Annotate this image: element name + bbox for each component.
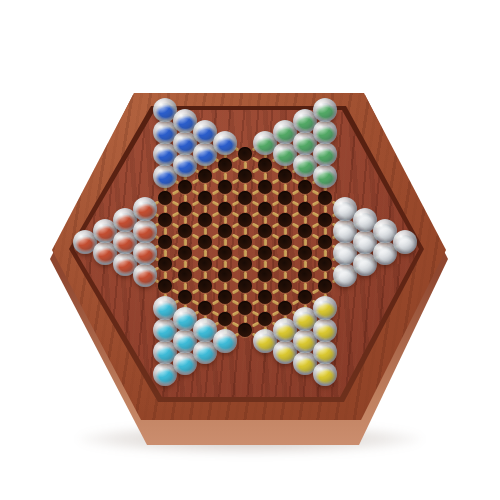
- marble-red[interactable]: [133, 197, 157, 221]
- marble-green[interactable]: [313, 142, 337, 166]
- marble-red[interactable]: [133, 219, 157, 243]
- marble-green[interactable]: [313, 164, 337, 188]
- marble-layer: [0, 0, 500, 500]
- marble-green[interactable]: [313, 98, 337, 122]
- marble-yellow[interactable]: [313, 318, 337, 342]
- marble-yellow[interactable]: [313, 296, 337, 320]
- marble-yellow[interactable]: [313, 340, 337, 364]
- marble-green[interactable]: [313, 120, 337, 144]
- marble-yellow[interactable]: [313, 362, 337, 386]
- marble-blue[interactable]: [213, 131, 237, 155]
- marble-white[interactable]: [393, 230, 417, 254]
- marble-cyan[interactable]: [213, 329, 237, 353]
- product-photo-stage: [0, 0, 500, 500]
- marble-red[interactable]: [133, 241, 157, 265]
- marble-red[interactable]: [133, 263, 157, 287]
